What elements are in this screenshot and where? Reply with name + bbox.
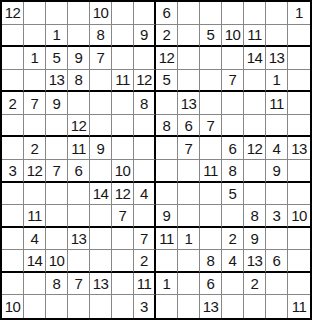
given-cell-r10c8[interactable]: 9: [156, 205, 178, 228]
given-cell-r5c3[interactable]: 9: [46, 92, 68, 115]
cell-r12c14[interactable]: [288, 250, 310, 273]
given-cell-r7c9[interactable]: 7: [178, 137, 200, 160]
cell-r2c4[interactable]: [68, 25, 90, 48]
cell-r11c14[interactable]: [288, 228, 310, 251]
given-cell-r14c14[interactable]: 11: [288, 295, 310, 318]
cell-r14c5[interactable]: [90, 295, 112, 318]
cell-r14c13[interactable]: [266, 295, 288, 318]
cell-r11c13[interactable]: [266, 228, 288, 251]
cell-r4c9[interactable]: [178, 70, 200, 93]
given-cell-r8c6[interactable]: 10: [112, 160, 134, 183]
given-cell-r8c11[interactable]: 8: [222, 160, 244, 183]
given-cell-r14c1[interactable]: 10: [2, 295, 24, 318]
given-cell-r7c12[interactable]: 12: [244, 137, 266, 160]
cell-r10c9[interactable]: [178, 205, 200, 228]
cell-r3c10[interactable]: [200, 47, 222, 70]
cell-r14c8[interactable]: [156, 295, 178, 318]
cell-r5c5[interactable]: [90, 92, 112, 115]
cell-r2c1[interactable]: [2, 25, 24, 48]
cell-r8c14[interactable]: [288, 160, 310, 183]
cell-r1c3[interactable]: [46, 2, 68, 25]
given-cell-r3c4[interactable]: 9: [68, 47, 90, 70]
cell-r13c9[interactable]: [178, 273, 200, 296]
given-cell-r3c5[interactable]: 7: [90, 47, 112, 70]
cell-r6c14[interactable]: [288, 115, 310, 138]
given-cell-r7c11[interactable]: 6: [222, 137, 244, 160]
given-cell-r11c8[interactable]: 11: [156, 228, 178, 251]
cell-r12c6[interactable]: [112, 250, 134, 273]
cell-r5c10[interactable]: [200, 92, 222, 115]
cell-r6c11[interactable]: [222, 115, 244, 138]
given-cell-r7c5[interactable]: 9: [90, 137, 112, 160]
cell-r14c9[interactable]: [178, 295, 200, 318]
cell-r3c6[interactable]: [112, 47, 134, 70]
given-cell-r3c2[interactable]: 1: [24, 47, 46, 70]
cell-r9c3[interactable]: [46, 183, 68, 206]
cell-r13c14[interactable]: [288, 273, 310, 296]
given-cell-r8c4[interactable]: 6: [68, 160, 90, 183]
cell-r6c7[interactable]: [134, 115, 156, 138]
cell-r13c13[interactable]: [266, 273, 288, 296]
cell-r2c2[interactable]: [24, 25, 46, 48]
cell-r6c3[interactable]: [46, 115, 68, 138]
given-cell-r12c7[interactable]: 2: [134, 250, 156, 273]
given-cell-r7c4[interactable]: 11: [68, 137, 90, 160]
cell-r12c5[interactable]: [90, 250, 112, 273]
given-cell-r4c4[interactable]: 8: [68, 70, 90, 93]
given-cell-r10c2[interactable]: 11: [24, 205, 46, 228]
given-cell-r11c7[interactable]: 7: [134, 228, 156, 251]
given-cell-r10c6[interactable]: 7: [112, 205, 134, 228]
given-cell-r11c4[interactable]: 13: [68, 228, 90, 251]
cell-r7c8[interactable]: [156, 137, 178, 160]
given-cell-r12c12[interactable]: 13: [244, 250, 266, 273]
cell-r13c2[interactable]: [24, 273, 46, 296]
cell-r12c9[interactable]: [178, 250, 200, 273]
cell-r9c1[interactable]: [2, 183, 24, 206]
given-cell-r4c3[interactable]: 13: [46, 70, 68, 93]
cell-r5c12[interactable]: [244, 92, 266, 115]
cell-r1c6[interactable]: [112, 2, 134, 25]
cell-r1c12[interactable]: [244, 2, 266, 25]
cell-r9c4[interactable]: [68, 183, 90, 206]
cell-r9c13[interactable]: [266, 183, 288, 206]
cell-r14c6[interactable]: [112, 295, 134, 318]
given-cell-r3c12[interactable]: 14: [244, 47, 266, 70]
cell-r2c9[interactable]: [178, 25, 200, 48]
cell-r11c3[interactable]: [46, 228, 68, 251]
given-cell-r5c13[interactable]: 11: [266, 92, 288, 115]
given-cell-r10c13[interactable]: 3: [266, 205, 288, 228]
given-cell-r1c14[interactable]: 1: [288, 2, 310, 25]
given-cell-r3c3[interactable]: 5: [46, 47, 68, 70]
cell-r6c13[interactable]: [266, 115, 288, 138]
given-cell-r6c8[interactable]: 8: [156, 115, 178, 138]
given-cell-r12c10[interactable]: 8: [200, 250, 222, 273]
given-cell-r13c5[interactable]: 13: [90, 273, 112, 296]
cell-r2c6[interactable]: [112, 25, 134, 48]
given-cell-r13c10[interactable]: 6: [200, 273, 222, 296]
given-cell-r13c4[interactable]: 7: [68, 273, 90, 296]
cell-r14c2[interactable]: [24, 295, 46, 318]
given-cell-r13c7[interactable]: 11: [134, 273, 156, 296]
given-cell-r7c2[interactable]: 2: [24, 137, 46, 160]
cell-r6c12[interactable]: [244, 115, 266, 138]
given-cell-r2c11[interactable]: 10: [222, 25, 244, 48]
given-cell-r8c13[interactable]: 9: [266, 160, 288, 183]
cell-r10c10[interactable]: [200, 205, 222, 228]
given-cell-r10c12[interactable]: 8: [244, 205, 266, 228]
cell-r10c3[interactable]: [46, 205, 68, 228]
cell-r4c5[interactable]: [90, 70, 112, 93]
given-cell-r13c3[interactable]: 8: [46, 273, 68, 296]
cell-r6c5[interactable]: [90, 115, 112, 138]
given-cell-r5c2[interactable]: 7: [24, 92, 46, 115]
cell-r9c10[interactable]: [200, 183, 222, 206]
given-cell-r1c8[interactable]: 6: [156, 2, 178, 25]
cell-r8c8[interactable]: [156, 160, 178, 183]
given-cell-r2c10[interactable]: 5: [200, 25, 222, 48]
given-cell-r6c9[interactable]: 6: [178, 115, 200, 138]
cell-r10c4[interactable]: [68, 205, 90, 228]
cell-r11c10[interactable]: [200, 228, 222, 251]
cell-r7c6[interactable]: [112, 137, 134, 160]
given-cell-r3c8[interactable]: 12: [156, 47, 178, 70]
cell-r1c10[interactable]: [200, 2, 222, 25]
given-cell-r4c6[interactable]: 11: [112, 70, 134, 93]
given-cell-r8c10[interactable]: 11: [200, 160, 222, 183]
cell-r9c9[interactable]: [178, 183, 200, 206]
given-cell-r2c5[interactable]: 8: [90, 25, 112, 48]
cell-r7c10[interactable]: [200, 137, 222, 160]
cell-r1c11[interactable]: [222, 2, 244, 25]
cell-r14c12[interactable]: [244, 295, 266, 318]
given-cell-r11c11[interactable]: 2: [222, 228, 244, 251]
cell-r9c14[interactable]: [288, 183, 310, 206]
given-cell-r2c3[interactable]: 1: [46, 25, 68, 48]
cell-r5c4[interactable]: [68, 92, 90, 115]
cell-r3c11[interactable]: [222, 47, 244, 70]
given-cell-r8c3[interactable]: 7: [46, 160, 68, 183]
given-cell-r6c4[interactable]: 12: [68, 115, 90, 138]
cell-r5c11[interactable]: [222, 92, 244, 115]
cell-r11c1[interactable]: [2, 228, 24, 251]
cell-r8c9[interactable]: [178, 160, 200, 183]
sudoku-board: 1210611892510111597121413138111257127981…: [0, 0, 312, 320]
given-cell-r4c11[interactable]: 7: [222, 70, 244, 93]
cell-r9c12[interactable]: [244, 183, 266, 206]
given-cell-r4c7[interactable]: 12: [134, 70, 156, 93]
cell-r12c4[interactable]: [68, 250, 90, 273]
cell-r4c10[interactable]: [200, 70, 222, 93]
given-cell-r10c14[interactable]: 10: [288, 205, 310, 228]
cell-r10c5[interactable]: [90, 205, 112, 228]
cell-r3c14[interactable]: [288, 47, 310, 70]
given-cell-r13c12[interactable]: 2: [244, 273, 266, 296]
cell-r14c11[interactable]: [222, 295, 244, 318]
cell-r1c7[interactable]: [134, 2, 156, 25]
cell-r12c8[interactable]: [156, 250, 178, 273]
given-cell-r12c2[interactable]: 14: [24, 250, 46, 273]
cell-r4c2[interactable]: [24, 70, 46, 93]
cell-r9c2[interactable]: [24, 183, 46, 206]
cell-r2c14[interactable]: [288, 25, 310, 48]
cell-r10c1[interactable]: [2, 205, 24, 228]
given-cell-r6c10[interactable]: 7: [200, 115, 222, 138]
given-cell-r11c9[interactable]: 1: [178, 228, 200, 251]
cell-r2c13[interactable]: [266, 25, 288, 48]
cell-r3c1[interactable]: [2, 47, 24, 70]
cell-r4c12[interactable]: [244, 70, 266, 93]
cell-r1c4[interactable]: [68, 2, 90, 25]
cell-r10c7[interactable]: [134, 205, 156, 228]
given-cell-r12c13[interactable]: 6: [266, 250, 288, 273]
given-cell-r13c8[interactable]: 1: [156, 273, 178, 296]
given-cell-r11c2[interactable]: 4: [24, 228, 46, 251]
given-cell-r11c12[interactable]: 9: [244, 228, 266, 251]
cell-r10c11[interactable]: [222, 205, 244, 228]
cell-r7c3[interactable]: [46, 137, 68, 160]
given-cell-r1c1[interactable]: 12: [2, 2, 24, 25]
given-cell-r12c11[interactable]: 4: [222, 250, 244, 273]
cell-r8c12[interactable]: [244, 160, 266, 183]
cell-r5c6[interactable]: [112, 92, 134, 115]
cell-r1c9[interactable]: [178, 2, 200, 25]
cell-r3c9[interactable]: [178, 47, 200, 70]
cell-r6c1[interactable]: [2, 115, 24, 138]
cell-r9c8[interactable]: [156, 183, 178, 206]
given-cell-r9c6[interactable]: 12: [112, 183, 134, 206]
cell-r6c6[interactable]: [112, 115, 134, 138]
cell-r4c1[interactable]: [2, 70, 24, 93]
cell-r1c13[interactable]: [266, 2, 288, 25]
cell-r13c11[interactable]: [222, 273, 244, 296]
given-cell-r3c13[interactable]: 13: [266, 47, 288, 70]
given-cell-r8c1[interactable]: 3: [2, 160, 24, 183]
given-cell-r14c10[interactable]: 13: [200, 295, 222, 318]
cell-r3c7[interactable]: [134, 47, 156, 70]
cell-r11c5[interactable]: [90, 228, 112, 251]
cell-r7c7[interactable]: [134, 137, 156, 160]
given-cell-r14c7[interactable]: 3: [134, 295, 156, 318]
given-cell-r5c1[interactable]: 2: [2, 92, 24, 115]
given-cell-r4c8[interactable]: 5: [156, 70, 178, 93]
cell-r4c14[interactable]: [288, 70, 310, 93]
cell-r13c6[interactable]: [112, 273, 134, 296]
cell-r12c1[interactable]: [2, 250, 24, 273]
cell-r5c14[interactable]: [288, 92, 310, 115]
cell-r14c3[interactable]: [46, 295, 68, 318]
cell-r13c1[interactable]: [2, 273, 24, 296]
given-cell-r1c5[interactable]: 10: [90, 2, 112, 25]
given-cell-r5c9[interactable]: 13: [178, 92, 200, 115]
given-cell-r7c13[interactable]: 4: [266, 137, 288, 160]
given-cell-r4c13[interactable]: 1: [266, 70, 288, 93]
given-cell-r9c11[interactable]: 5: [222, 183, 244, 206]
given-cell-r5c7[interactable]: 8: [134, 92, 156, 115]
cell-r6c2[interactable]: [24, 115, 46, 138]
given-cell-r12c3[interactable]: 10: [46, 250, 68, 273]
cell-r7c1[interactable]: [2, 137, 24, 160]
given-cell-r8c2[interactable]: 12: [24, 160, 46, 183]
cell-r1c2[interactable]: [24, 2, 46, 25]
cell-r5c8[interactable]: [156, 92, 178, 115]
given-cell-r2c12[interactable]: 11: [244, 25, 266, 48]
cell-r8c7[interactable]: [134, 160, 156, 183]
given-cell-r2c8[interactable]: 2: [156, 25, 178, 48]
cell-r14c4[interactable]: [68, 295, 90, 318]
cell-r11c6[interactable]: [112, 228, 134, 251]
given-cell-r7c14[interactable]: 13: [288, 137, 310, 160]
cell-r8c5[interactable]: [90, 160, 112, 183]
given-cell-r2c7[interactable]: 9: [134, 25, 156, 48]
given-cell-r9c7[interactable]: 4: [134, 183, 156, 206]
given-cell-r9c5[interactable]: 14: [90, 183, 112, 206]
